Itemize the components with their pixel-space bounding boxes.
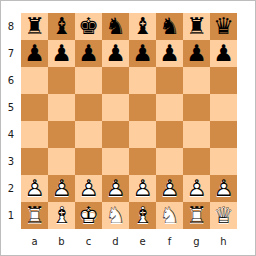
- square-f5[interactable]: [156, 94, 183, 121]
- white-rook: ♖: [186, 204, 207, 227]
- square-f8[interactable]: ♞: [156, 13, 183, 40]
- white-rook: ♖: [24, 204, 45, 227]
- square-a8[interactable]: ♜: [21, 13, 48, 40]
- square-a1[interactable]: ♜♖: [21, 202, 48, 229]
- square-e4[interactable]: [129, 121, 156, 148]
- rank-label-6: 6: [1, 67, 21, 94]
- file-label-a: a: [21, 229, 48, 255]
- square-d5[interactable]: [102, 94, 129, 121]
- rank-label-5: 5: [1, 94, 21, 121]
- square-a6[interactable]: [21, 67, 48, 94]
- square-g5[interactable]: [183, 94, 210, 121]
- black-king: ♚: [78, 15, 99, 38]
- chess-board[interactable]: ♜♝♚♞♝♞♜♛♟♟♟♟♟♟♟♟♟♙♟♙♟♙♟♙♟♙♟♙♟♙♟♙♜♖♝♗♚♔♞♘…: [21, 13, 237, 229]
- square-f6[interactable]: [156, 67, 183, 94]
- square-d8[interactable]: ♞: [102, 13, 129, 40]
- square-f4[interactable]: [156, 121, 183, 148]
- square-c4[interactable]: [75, 121, 102, 148]
- rank-label-8: 8: [1, 13, 21, 40]
- square-g7[interactable]: ♟: [183, 40, 210, 67]
- black-bishop: ♝: [51, 15, 72, 38]
- square-b6[interactable]: [48, 67, 75, 94]
- white-pawn: ♙: [24, 177, 45, 200]
- square-h2[interactable]: ♟♙: [210, 175, 237, 202]
- square-h8[interactable]: ♛: [210, 13, 237, 40]
- file-label-d: d: [102, 229, 129, 255]
- square-h7[interactable]: ♟: [210, 40, 237, 67]
- square-e2[interactable]: ♟♙: [129, 175, 156, 202]
- square-e5[interactable]: [129, 94, 156, 121]
- square-h4[interactable]: [210, 121, 237, 148]
- square-d2[interactable]: ♟♙: [102, 175, 129, 202]
- file-label-b: b: [48, 229, 75, 255]
- square-d1[interactable]: ♞♘: [102, 202, 129, 229]
- square-c1[interactable]: ♚♔: [75, 202, 102, 229]
- white-queen: ♕: [213, 204, 234, 227]
- square-b8[interactable]: ♝: [48, 13, 75, 40]
- rank-label-4: 4: [1, 121, 21, 148]
- black-pawn: ♟: [24, 42, 45, 65]
- square-g6[interactable]: [183, 67, 210, 94]
- black-queen: ♛: [213, 15, 234, 38]
- square-f3[interactable]: [156, 148, 183, 175]
- black-rook: ♜: [24, 15, 45, 38]
- file-labels: abcdefgh: [21, 229, 237, 255]
- rank-label-3: 3: [1, 148, 21, 175]
- white-pawn: ♙: [186, 177, 207, 200]
- chess-app-screen: 87654321 ♜♝♚♞♝♞♜♛♟♟♟♟♟♟♟♟♟♙♟♙♟♙♟♙♟♙♟♙♟♙♟…: [0, 0, 256, 256]
- file-label-g: g: [183, 229, 210, 255]
- square-b5[interactable]: [48, 94, 75, 121]
- file-label-c: c: [75, 229, 102, 255]
- black-rook: ♜: [186, 15, 207, 38]
- rank-label-2: 2: [1, 175, 21, 202]
- black-bishop: ♝: [132, 15, 153, 38]
- white-bishop: ♗: [132, 204, 153, 227]
- file-label-h: h: [210, 229, 237, 255]
- square-h6[interactable]: [210, 67, 237, 94]
- black-knight: ♞: [159, 15, 180, 38]
- square-b4[interactable]: [48, 121, 75, 148]
- square-g3[interactable]: [183, 148, 210, 175]
- square-g8[interactable]: ♜: [183, 13, 210, 40]
- square-c6[interactable]: [75, 67, 102, 94]
- square-c2[interactable]: ♟♙: [75, 175, 102, 202]
- square-a3[interactable]: [21, 148, 48, 175]
- white-king: ♔: [78, 204, 99, 227]
- white-pawn: ♙: [132, 177, 153, 200]
- square-e1[interactable]: ♝♗: [129, 202, 156, 229]
- square-b7[interactable]: ♟: [48, 40, 75, 67]
- square-a5[interactable]: [21, 94, 48, 121]
- file-label-f: f: [156, 229, 183, 255]
- rank-label-7: 7: [1, 40, 21, 67]
- white-pawn: ♙: [51, 177, 72, 200]
- square-f1[interactable]: ♞♘: [156, 202, 183, 229]
- square-g1[interactable]: ♜♖: [183, 202, 210, 229]
- square-f2[interactable]: ♟♙: [156, 175, 183, 202]
- square-d6[interactable]: [102, 67, 129, 94]
- square-d3[interactable]: [102, 148, 129, 175]
- square-a2[interactable]: ♟♙: [21, 175, 48, 202]
- square-g2[interactable]: ♟♙: [183, 175, 210, 202]
- file-label-e: e: [129, 229, 156, 255]
- square-e6[interactable]: [129, 67, 156, 94]
- white-knight: ♘: [105, 204, 126, 227]
- rank-labels: 87654321: [1, 13, 21, 229]
- square-c7[interactable]: ♟: [75, 40, 102, 67]
- white-pawn: ♙: [78, 177, 99, 200]
- square-h1[interactable]: ♛♕: [210, 202, 237, 229]
- square-a4[interactable]: [21, 121, 48, 148]
- square-a7[interactable]: ♟: [21, 40, 48, 67]
- square-b2[interactable]: ♟♙: [48, 175, 75, 202]
- square-b1[interactable]: ♝♗: [48, 202, 75, 229]
- black-pawn: ♟: [105, 42, 126, 65]
- square-g4[interactable]: [183, 121, 210, 148]
- square-c5[interactable]: [75, 94, 102, 121]
- white-pawn: ♙: [159, 177, 180, 200]
- black-pawn: ♟: [186, 42, 207, 65]
- square-d7[interactable]: ♟: [102, 40, 129, 67]
- square-f7[interactable]: ♟: [156, 40, 183, 67]
- black-pawn: ♟: [51, 42, 72, 65]
- square-e8[interactable]: ♝: [129, 13, 156, 40]
- square-e7[interactable]: ♟: [129, 40, 156, 67]
- black-pawn: ♟: [132, 42, 153, 65]
- square-c3[interactable]: [75, 148, 102, 175]
- square-c8[interactable]: ♚: [75, 13, 102, 40]
- rank-label-1: 1: [1, 202, 21, 229]
- white-knight: ♘: [159, 204, 180, 227]
- white-pawn: ♙: [105, 177, 126, 200]
- white-pawn: ♙: [213, 177, 234, 200]
- square-h5[interactable]: [210, 94, 237, 121]
- black-pawn: ♟: [159, 42, 180, 65]
- black-pawn: ♟: [78, 42, 99, 65]
- square-e3[interactable]: [129, 148, 156, 175]
- white-bishop: ♗: [51, 204, 72, 227]
- black-pawn: ♟: [213, 42, 234, 65]
- square-d4[interactable]: [102, 121, 129, 148]
- square-h3[interactable]: [210, 148, 237, 175]
- square-b3[interactable]: [48, 148, 75, 175]
- black-knight: ♞: [105, 15, 126, 38]
